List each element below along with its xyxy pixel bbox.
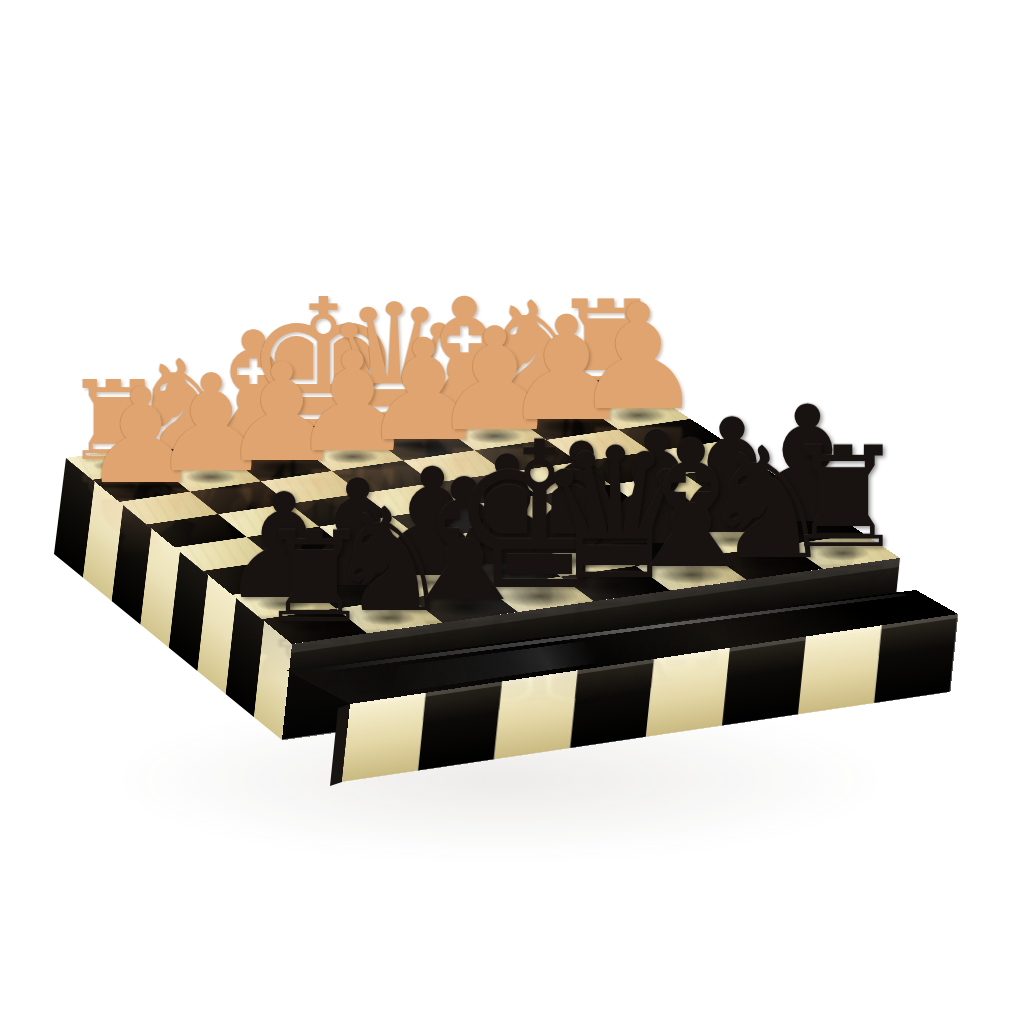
chess-set-product-photo: ♜♜♞♞♝♝♚♚♛♛♝♝♞♞♜♜♟♟♟♟♟♟♟♟♟♟♟♟♟♟♟♟♟♟♟♟♟♟♟♟… (0, 0, 1024, 1024)
